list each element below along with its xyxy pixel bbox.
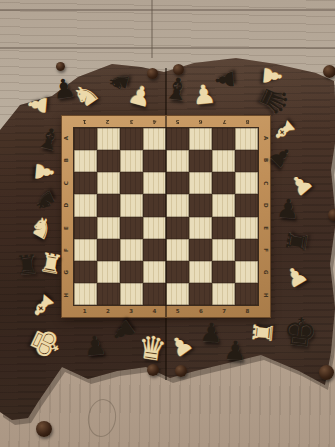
chess-photo-scene: 12345678 12345678 ABCDEFGH ABCDEFGH ♟♞♞♟… (0, 0, 335, 447)
black-pawn-standing: ♟ (223, 337, 248, 364)
white-pawn-lying: ♟ (165, 330, 196, 362)
black-pawn-lying: ♟ (265, 141, 297, 173)
white-pawn-lying: ♟ (281, 261, 312, 293)
pieces-layer: ♟♞♞♟♝♟♟♟♛♟♝♟♞♞♜♜♝♚♝♟♟♟♜♟♚♟♟♛♟♟♟♜ (0, 0, 335, 447)
black-king-standing: ♚ (281, 311, 319, 352)
white-king-lying: ♚ (22, 321, 68, 365)
black-bishop-standing: ♝ (33, 123, 64, 156)
white-knight-lying: ♞ (68, 77, 105, 114)
white-rook-standing: ♜ (37, 249, 64, 279)
black-rook-lying: ♜ (282, 228, 312, 255)
white-pawn-lying: ♟ (31, 160, 57, 184)
white-rook-lying: ♜ (249, 320, 277, 345)
black-pawn-standing: ♟ (275, 195, 300, 223)
black-bishop-standing: ♝ (162, 73, 193, 106)
black-rook-standing: ♜ (14, 251, 39, 279)
black-pawn-lying: ♟ (212, 68, 238, 92)
white-knight-lying: ♞ (25, 211, 58, 245)
white-pawn-lying: ♟ (125, 80, 154, 111)
black-pawn-lying: ♟ (106, 315, 141, 349)
white-pawn-lying: ♟ (25, 93, 51, 117)
black-pawn-standing: ♟ (82, 332, 107, 360)
black-pawn-standing: ♟ (199, 319, 224, 346)
white-queen-standing: ♛ (136, 331, 169, 367)
white-bishop-lying: ♝ (24, 287, 61, 325)
